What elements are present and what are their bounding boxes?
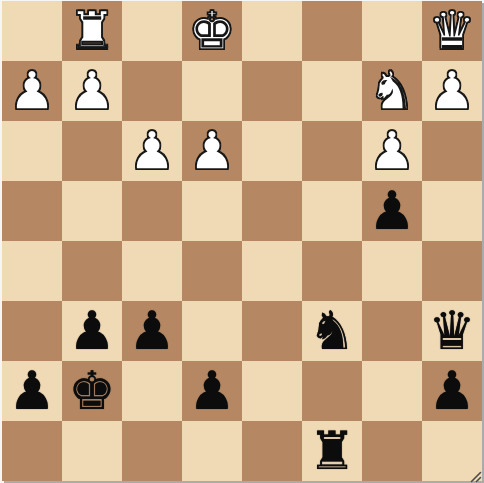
square-h8[interactable]: ♛ <box>422 1 482 61</box>
square-c3[interactable]: ♟ <box>122 301 182 361</box>
square-f1[interactable]: ♜ <box>302 421 362 481</box>
square-d1[interactable] <box>182 421 242 481</box>
square-a3[interactable] <box>2 301 62 361</box>
square-g3[interactable] <box>362 301 422 361</box>
square-d2[interactable]: ♟ <box>182 361 242 421</box>
square-h4[interactable] <box>422 241 482 301</box>
square-b7[interactable]: ♟ <box>62 61 122 121</box>
square-e5[interactable] <box>242 181 302 241</box>
square-g7[interactable]: ♞ <box>362 61 422 121</box>
white-pawn-a7[interactable]: ♟ <box>8 64 56 117</box>
black-knight-f3[interactable]: ♞ <box>308 304 356 357</box>
square-c7[interactable] <box>122 61 182 121</box>
square-a8[interactable] <box>2 1 62 61</box>
square-d4[interactable] <box>182 241 242 301</box>
black-pawn-c3[interactable]: ♟ <box>128 304 176 357</box>
square-b1[interactable] <box>62 421 122 481</box>
white-pawn-g6[interactable]: ♟ <box>368 124 416 177</box>
white-rook-b8[interactable]: ♜ <box>68 4 116 57</box>
square-d3[interactable] <box>182 301 242 361</box>
black-pawn-d2[interactable]: ♟ <box>188 364 236 417</box>
square-a5[interactable] <box>2 181 62 241</box>
square-f3[interactable]: ♞ <box>302 301 362 361</box>
square-a4[interactable] <box>2 241 62 301</box>
square-d5[interactable] <box>182 181 242 241</box>
square-a1[interactable] <box>2 421 62 481</box>
white-pawn-c6[interactable]: ♟ <box>128 124 176 177</box>
square-d6[interactable]: ♟ <box>182 121 242 181</box>
square-h3[interactable]: ♛ <box>422 301 482 361</box>
square-c8[interactable] <box>122 1 182 61</box>
square-f6[interactable] <box>302 121 362 181</box>
square-c1[interactable] <box>122 421 182 481</box>
black-pawn-a2[interactable]: ♟ <box>8 364 56 417</box>
square-g6[interactable]: ♟ <box>362 121 422 181</box>
square-e8[interactable] <box>242 1 302 61</box>
black-pawn-g5[interactable]: ♟ <box>368 184 416 237</box>
resize-grip-lines <box>469 470 482 483</box>
square-a2[interactable]: ♟ <box>2 361 62 421</box>
square-b6[interactable] <box>62 121 122 181</box>
black-rook-f1[interactable]: ♜ <box>308 424 356 477</box>
square-g1[interactable] <box>362 421 422 481</box>
board-resize-handle-icon[interactable] <box>469 468 482 481</box>
square-e3[interactable] <box>242 301 302 361</box>
square-b4[interactable] <box>62 241 122 301</box>
square-g2[interactable] <box>362 361 422 421</box>
white-knight-g7[interactable]: ♞ <box>368 64 416 117</box>
square-e1[interactable] <box>242 421 302 481</box>
black-king-b2[interactable]: ♚ <box>68 364 116 417</box>
square-c5[interactable] <box>122 181 182 241</box>
white-pawn-h7[interactable]: ♟ <box>428 64 476 117</box>
square-g4[interactable] <box>362 241 422 301</box>
square-h6[interactable] <box>422 121 482 181</box>
square-f5[interactable] <box>302 181 362 241</box>
square-e6[interactable] <box>242 121 302 181</box>
square-d7[interactable] <box>182 61 242 121</box>
white-pawn-b7[interactable]: ♟ <box>68 64 116 117</box>
square-f8[interactable] <box>302 1 362 61</box>
square-f2[interactable] <box>302 361 362 421</box>
square-b3[interactable]: ♟ <box>62 301 122 361</box>
square-a6[interactable] <box>2 121 62 181</box>
black-queen-h3[interactable]: ♛ <box>428 304 476 357</box>
black-pawn-b3[interactable]: ♟ <box>68 304 116 357</box>
white-king-d8[interactable]: ♚ <box>188 4 236 57</box>
square-g8[interactable] <box>362 1 422 61</box>
square-d8[interactable]: ♚ <box>182 1 242 61</box>
square-g5[interactable]: ♟ <box>362 181 422 241</box>
square-f4[interactable] <box>302 241 362 301</box>
black-pawn-h2[interactable]: ♟ <box>428 364 476 417</box>
square-c2[interactable] <box>122 361 182 421</box>
chess-app-window: ♜♚♛♟♟♞♟♟♟♟♟♟♟♞♛♟♚♟♟♜ <box>0 0 484 483</box>
square-h2[interactable]: ♟ <box>422 361 482 421</box>
white-queen-h8[interactable]: ♛ <box>428 4 476 57</box>
square-b2[interactable]: ♚ <box>62 361 122 421</box>
square-c6[interactable]: ♟ <box>122 121 182 181</box>
square-b5[interactable] <box>62 181 122 241</box>
square-f7[interactable] <box>302 61 362 121</box>
square-h5[interactable] <box>422 181 482 241</box>
square-e2[interactable] <box>242 361 302 421</box>
square-c4[interactable] <box>122 241 182 301</box>
square-e4[interactable] <box>242 241 302 301</box>
chess-board: ♜♚♛♟♟♞♟♟♟♟♟♟♟♞♛♟♚♟♟♜ <box>2 1 482 481</box>
white-pawn-d6[interactable]: ♟ <box>188 124 236 177</box>
square-e7[interactable] <box>242 61 302 121</box>
square-h7[interactable]: ♟ <box>422 61 482 121</box>
square-a7[interactable]: ♟ <box>2 61 62 121</box>
square-b8[interactable]: ♜ <box>62 1 122 61</box>
